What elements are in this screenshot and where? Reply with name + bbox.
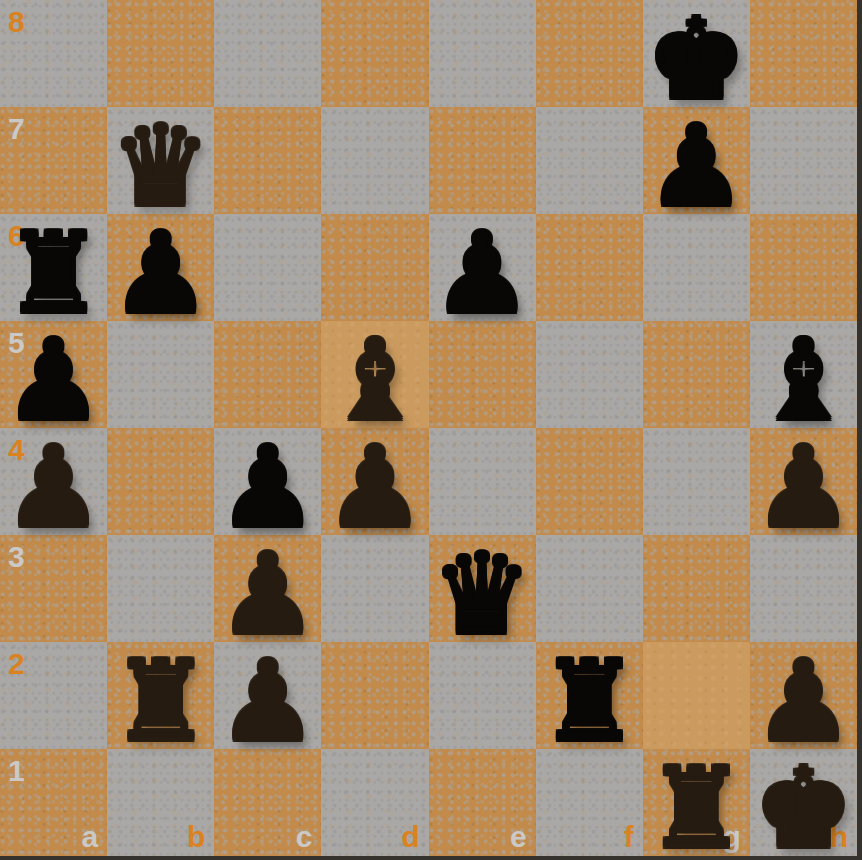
square-a2[interactable]: 2 bbox=[0, 642, 107, 749]
square-h2[interactable]: ♟ bbox=[750, 642, 857, 749]
square-a5[interactable]: 5♟ bbox=[0, 321, 107, 428]
square-b2[interactable]: ♜ bbox=[107, 642, 214, 749]
square-e6[interactable]: ♟ bbox=[429, 214, 536, 321]
square-c7[interactable] bbox=[214, 107, 321, 214]
black-bishop-h5[interactable]: ♝ bbox=[750, 321, 857, 428]
white-pawn-c3[interactable]: ♟ bbox=[214, 535, 321, 642]
black-pawn-g7[interactable]: ♟ bbox=[643, 107, 750, 214]
square-g4[interactable] bbox=[643, 428, 750, 535]
white-rook-glyph: ♜ bbox=[646, 752, 746, 860]
square-b6[interactable]: ♟ bbox=[107, 214, 214, 321]
black-pawn-glyph: ♟ bbox=[110, 217, 210, 329]
coord-rank-8: 8 bbox=[8, 7, 25, 37]
square-g8[interactable]: ♚ bbox=[643, 0, 750, 107]
square-b4[interactable] bbox=[107, 428, 214, 535]
white-pawn-glyph: ♟ bbox=[3, 431, 103, 543]
white-bishop-glyph: ♝ bbox=[325, 324, 425, 436]
square-h8[interactable] bbox=[750, 0, 857, 107]
white-queen-b7[interactable]: ♛ bbox=[107, 107, 214, 214]
black-rook-glyph: ♜ bbox=[539, 645, 639, 757]
board-frame: 8♚7♛♟6♜♟♟5♟♝♝4♟♟♟♟3♟♛2♜♟♜♟1abcdefg♜h♚ bbox=[0, 0, 862, 860]
square-a6[interactable]: 6♜ bbox=[0, 214, 107, 321]
square-d1[interactable]: d bbox=[321, 749, 428, 856]
black-pawn-c4[interactable]: ♟ bbox=[214, 428, 321, 535]
square-h1[interactable]: h♚ bbox=[750, 749, 857, 856]
square-f2[interactable]: ♜ bbox=[536, 642, 643, 749]
white-pawn-glyph: ♟ bbox=[218, 645, 318, 757]
coord-file-e: e bbox=[510, 822, 527, 852]
square-c5[interactable] bbox=[214, 321, 321, 428]
square-b7[interactable]: ♛ bbox=[107, 107, 214, 214]
square-d2[interactable] bbox=[321, 642, 428, 749]
square-f5[interactable] bbox=[536, 321, 643, 428]
black-queen-e3[interactable]: ♛ bbox=[429, 535, 536, 642]
square-d4[interactable]: ♟ bbox=[321, 428, 428, 535]
square-g7[interactable]: ♟ bbox=[643, 107, 750, 214]
square-b3[interactable] bbox=[107, 535, 214, 642]
square-h4[interactable]: ♟ bbox=[750, 428, 857, 535]
black-pawn-a5[interactable]: ♟ bbox=[0, 321, 107, 428]
square-a7[interactable]: 7 bbox=[0, 107, 107, 214]
square-c4[interactable]: ♟ bbox=[214, 428, 321, 535]
black-pawn-glyph: ♟ bbox=[646, 110, 746, 222]
square-g5[interactable] bbox=[643, 321, 750, 428]
white-bishop-d5[interactable]: ♝ bbox=[321, 321, 428, 428]
coord-file-d: d bbox=[401, 822, 419, 852]
white-rook-glyph: ♜ bbox=[110, 645, 210, 757]
black-pawn-glyph: ♟ bbox=[432, 217, 532, 329]
coord-file-c: c bbox=[296, 822, 313, 852]
square-f3[interactable] bbox=[536, 535, 643, 642]
white-king-glyph: ♚ bbox=[753, 752, 853, 860]
black-pawn-glyph: ♟ bbox=[3, 324, 103, 436]
square-g2[interactable] bbox=[643, 642, 750, 749]
square-c2[interactable]: ♟ bbox=[214, 642, 321, 749]
square-e1[interactable]: e bbox=[429, 749, 536, 856]
square-e8[interactable] bbox=[429, 0, 536, 107]
square-d7[interactable] bbox=[321, 107, 428, 214]
square-a4[interactable]: 4♟ bbox=[0, 428, 107, 535]
white-pawn-glyph: ♟ bbox=[753, 431, 853, 543]
square-f6[interactable] bbox=[536, 214, 643, 321]
white-pawn-h4[interactable]: ♟ bbox=[750, 428, 857, 535]
white-pawn-glyph: ♟ bbox=[753, 645, 853, 757]
black-rook-a6[interactable]: ♜ bbox=[0, 214, 107, 321]
square-f7[interactable] bbox=[536, 107, 643, 214]
black-pawn-glyph: ♟ bbox=[218, 431, 318, 543]
black-rook-glyph: ♜ bbox=[3, 217, 103, 329]
square-h7[interactable] bbox=[750, 107, 857, 214]
square-e3[interactable]: ♛ bbox=[429, 535, 536, 642]
white-pawn-a4[interactable]: ♟ bbox=[0, 428, 107, 535]
square-g1[interactable]: g♜ bbox=[643, 749, 750, 856]
square-h5[interactable]: ♝ bbox=[750, 321, 857, 428]
square-a1[interactable]: 1a bbox=[0, 749, 107, 856]
black-pawn-b6[interactable]: ♟ bbox=[107, 214, 214, 321]
white-rook-b2[interactable]: ♜ bbox=[107, 642, 214, 749]
white-king-h1[interactable]: ♚ bbox=[750, 749, 857, 856]
square-d5[interactable]: ♝ bbox=[321, 321, 428, 428]
square-e7[interactable] bbox=[429, 107, 536, 214]
black-bishop-glyph: ♝ bbox=[753, 324, 853, 436]
square-f8[interactable] bbox=[536, 0, 643, 107]
white-rook-g1[interactable]: ♜ bbox=[643, 749, 750, 856]
square-c6[interactable] bbox=[214, 214, 321, 321]
square-d6[interactable] bbox=[321, 214, 428, 321]
white-pawn-d4[interactable]: ♟ bbox=[321, 428, 428, 535]
square-c8[interactable] bbox=[214, 0, 321, 107]
white-pawn-glyph: ♟ bbox=[218, 538, 318, 650]
coord-file-a: a bbox=[81, 822, 98, 852]
coord-file-b: b bbox=[187, 822, 205, 852]
white-pawn-glyph: ♟ bbox=[325, 431, 425, 543]
black-rook-f2[interactable]: ♜ bbox=[536, 642, 643, 749]
square-h6[interactable] bbox=[750, 214, 857, 321]
square-c3[interactable]: ♟ bbox=[214, 535, 321, 642]
coord-rank-2: 2 bbox=[8, 649, 25, 679]
white-queen-glyph: ♛ bbox=[110, 110, 210, 222]
square-e4[interactable] bbox=[429, 428, 536, 535]
white-pawn-h2[interactable]: ♟ bbox=[750, 642, 857, 749]
coord-file-f: f bbox=[624, 822, 634, 852]
white-pawn-c2[interactable]: ♟ bbox=[214, 642, 321, 749]
black-queen-glyph: ♛ bbox=[432, 538, 532, 650]
square-a8[interactable]: 8 bbox=[0, 0, 107, 107]
black-king-g8[interactable]: ♚ bbox=[643, 0, 750, 107]
black-king-glyph: ♚ bbox=[646, 3, 746, 115]
square-d8[interactable] bbox=[321, 0, 428, 107]
square-f4[interactable] bbox=[536, 428, 643, 535]
coord-rank-7: 7 bbox=[8, 114, 25, 144]
chess-board: 8♚7♛♟6♜♟♟5♟♝♝4♟♟♟♟3♟♛2♜♟♜♟1abcdefg♜h♚ bbox=[0, 0, 857, 856]
square-b8[interactable] bbox=[107, 0, 214, 107]
coord-rank-1: 1 bbox=[8, 756, 25, 786]
square-g3[interactable] bbox=[643, 535, 750, 642]
black-pawn-e6[interactable]: ♟ bbox=[429, 214, 536, 321]
